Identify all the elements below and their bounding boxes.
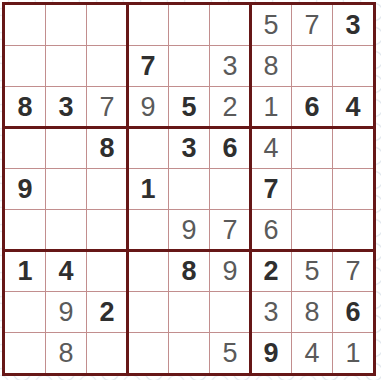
cell-r1c3[interactable] xyxy=(87,5,127,45)
cell-r4c8[interactable] xyxy=(292,128,332,168)
cell-r3c4[interactable]: 9 xyxy=(128,87,168,127)
sudoku-board: 5737388379521648364917976148925792386859… xyxy=(2,2,376,376)
cell-r9c7[interactable]: 9 xyxy=(251,333,291,373)
cell-r8c4[interactable] xyxy=(128,292,168,332)
cell-r6c6[interactable]: 7 xyxy=(210,210,250,250)
cell-r7c2[interactable]: 4 xyxy=(46,251,86,291)
cell-r7c4[interactable] xyxy=(128,251,168,291)
cell-r1c6[interactable] xyxy=(210,5,250,45)
cell-r7c1[interactable]: 1 xyxy=(5,251,45,291)
cell-r6c7[interactable]: 6 xyxy=(251,210,291,250)
cell-r4c9[interactable] xyxy=(333,128,373,168)
cell-r2c4[interactable]: 7 xyxy=(128,46,168,86)
cell-r8c7[interactable]: 3 xyxy=(251,292,291,332)
cell-r2c2[interactable] xyxy=(46,46,86,86)
cell-r6c5[interactable]: 9 xyxy=(169,210,209,250)
sudoku-cells-grid: 5737388379521648364917976148925792386859… xyxy=(5,5,373,373)
cell-r4c7[interactable]: 4 xyxy=(251,128,291,168)
cell-r7c6[interactable]: 9 xyxy=(210,251,250,291)
cell-r5c8[interactable] xyxy=(292,169,332,209)
cell-r8c2[interactable]: 9 xyxy=(46,292,86,332)
cell-r2c5[interactable] xyxy=(169,46,209,86)
cell-r6c2[interactable] xyxy=(46,210,86,250)
cell-r9c1[interactable] xyxy=(5,333,45,373)
cell-r7c7[interactable]: 2 xyxy=(251,251,291,291)
cell-r9c9[interactable]: 1 xyxy=(333,333,373,373)
cell-r3c1[interactable]: 8 xyxy=(5,87,45,127)
cell-r3c9[interactable]: 4 xyxy=(333,87,373,127)
cell-r7c9[interactable]: 7 xyxy=(333,251,373,291)
cell-r4c6[interactable]: 6 xyxy=(210,128,250,168)
cell-r5c5[interactable] xyxy=(169,169,209,209)
cell-r8c1[interactable] xyxy=(5,292,45,332)
cell-r9c8[interactable]: 4 xyxy=(292,333,332,373)
cell-r7c3[interactable] xyxy=(87,251,127,291)
cell-r4c5[interactable]: 3 xyxy=(169,128,209,168)
cell-r3c6[interactable]: 2 xyxy=(210,87,250,127)
cell-r6c8[interactable] xyxy=(292,210,332,250)
cell-r3c5[interactable]: 5 xyxy=(169,87,209,127)
cell-r8c5[interactable] xyxy=(169,292,209,332)
cell-r1c4[interactable] xyxy=(128,5,168,45)
cell-r1c1[interactable] xyxy=(5,5,45,45)
cell-r2c8[interactable] xyxy=(292,46,332,86)
cell-r2c9[interactable] xyxy=(333,46,373,86)
cell-r3c7[interactable]: 1 xyxy=(251,87,291,127)
cell-r6c3[interactable] xyxy=(87,210,127,250)
cell-r3c8[interactable]: 6 xyxy=(292,87,332,127)
cell-r1c9[interactable]: 3 xyxy=(333,5,373,45)
cell-r1c5[interactable] xyxy=(169,5,209,45)
cell-r5c9[interactable] xyxy=(333,169,373,209)
cell-r3c3[interactable]: 7 xyxy=(87,87,127,127)
cell-r5c1[interactable]: 9 xyxy=(5,169,45,209)
cell-r6c4[interactable] xyxy=(128,210,168,250)
cell-r5c6[interactable] xyxy=(210,169,250,209)
cell-r4c4[interactable] xyxy=(128,128,168,168)
cell-r9c2[interactable]: 8 xyxy=(46,333,86,373)
cell-r8c9[interactable]: 6 xyxy=(333,292,373,332)
cell-r5c4[interactable]: 1 xyxy=(128,169,168,209)
cell-r2c3[interactable] xyxy=(87,46,127,86)
cell-r9c6[interactable]: 5 xyxy=(210,333,250,373)
cell-r1c7[interactable]: 5 xyxy=(251,5,291,45)
cell-r5c3[interactable] xyxy=(87,169,127,209)
cell-r9c5[interactable] xyxy=(169,333,209,373)
cell-r3c2[interactable]: 3 xyxy=(46,87,86,127)
cell-r1c2[interactable] xyxy=(46,5,86,45)
cell-r9c3[interactable] xyxy=(87,333,127,373)
cell-r2c6[interactable]: 3 xyxy=(210,46,250,86)
cell-r7c8[interactable]: 5 xyxy=(292,251,332,291)
cell-r4c1[interactable] xyxy=(5,128,45,168)
cell-r5c7[interactable]: 7 xyxy=(251,169,291,209)
cell-r8c8[interactable]: 8 xyxy=(292,292,332,332)
cell-r8c6[interactable] xyxy=(210,292,250,332)
cell-r7c5[interactable]: 8 xyxy=(169,251,209,291)
cell-r2c1[interactable] xyxy=(5,46,45,86)
cell-r2c7[interactable]: 8 xyxy=(251,46,291,86)
cell-r9c4[interactable] xyxy=(128,333,168,373)
cell-r1c8[interactable]: 7 xyxy=(292,5,332,45)
cell-r4c2[interactable] xyxy=(46,128,86,168)
cell-r6c1[interactable] xyxy=(5,210,45,250)
cell-r4c3[interactable]: 8 xyxy=(87,128,127,168)
cell-r8c3[interactable]: 2 xyxy=(87,292,127,332)
cell-r5c2[interactable] xyxy=(46,169,86,209)
cell-r6c9[interactable] xyxy=(333,210,373,250)
